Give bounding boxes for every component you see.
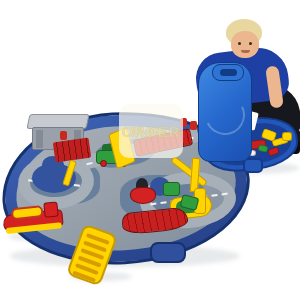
tray-toy-piece [267, 146, 280, 156]
tray-toy-piece [282, 132, 292, 141]
product-photo-scene: www. MAIL ORDER [0, 0, 300, 300]
retailer-watermark: www. MAIL ORDER [119, 104, 183, 158]
watermark-line3: ORDER [121, 124, 180, 139]
case-handle-slot [220, 69, 237, 76]
